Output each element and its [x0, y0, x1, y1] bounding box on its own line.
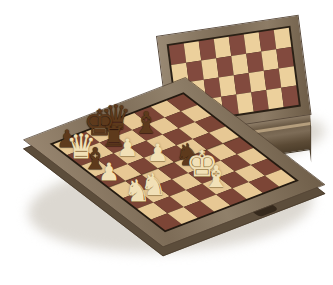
- chess-set-photo: ♟♚♛♜♝♝♞♛♟♟♟♞♞♚♝: [0, 0, 333, 285]
- box-square: [274, 28, 292, 49]
- box-square: [279, 66, 297, 87]
- box-square: [281, 86, 299, 107]
- box-square: [276, 47, 294, 68]
